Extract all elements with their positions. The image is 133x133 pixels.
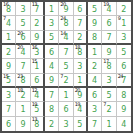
cell-digit: 6 [77,6,82,14]
sudoku-cell[interactable]: 74 [2,16,16,30]
cell-digit: 5 [77,121,82,129]
sudoku-cell[interactable]: 5 [16,16,30,30]
sudoku-cell[interactable]: 168 [2,2,16,16]
cell-digit: 3 [49,20,54,28]
sudoku-cell[interactable]: 188 [74,45,88,59]
cell-digit: 9 [92,20,97,28]
sudoku-cell[interactable]: 1 [88,45,102,59]
sudoku-cell[interactable]: 7 [59,45,73,59]
sudoku-cell[interactable]: 3 [117,31,131,45]
cage-sum-label: 18 [75,45,80,50]
cage-sum-label: 9 [118,16,121,21]
sudoku-cell[interactable]: 2 [2,45,16,59]
sudoku-cell[interactable]: 9 [117,102,131,116]
sudoku-cell[interactable]: 124 [31,88,45,102]
sudoku-cell[interactable]: 3 [59,117,73,131]
cage-sum-label: 16 [32,45,37,50]
cell-digit: 7 [106,34,111,42]
sudoku-cell[interactable]: 9 [102,45,116,59]
cell-digit: 9 [49,77,54,85]
cell-digit: 6 [92,92,97,100]
cell-digit: 6 [34,77,39,85]
cell-digit: 2 [77,34,82,42]
sudoku-cell[interactable]: 9 [31,31,45,45]
cage-sum-label: 13 [32,2,37,7]
sudoku-cell[interactable]: 137 [31,2,45,16]
cage-sum-label: 19 [32,102,37,107]
sudoku-cell[interactable]: 6 [74,2,88,16]
sudoku-cell[interactable]: 1 [16,102,30,116]
cell-digit: 1 [121,20,126,28]
cell-digit: 5 [63,63,68,71]
sudoku-cell[interactable]: 5 [117,45,131,59]
sudoku-cell[interactable]: 247 [117,74,131,88]
sudoku-cell[interactable]: 194 [102,2,116,16]
sudoku-cell[interactable]: 9 [2,59,16,73]
cell-digit: 7 [6,106,11,114]
sudoku-cell[interactable]: 194 [74,102,88,116]
cell-digit: 9 [106,49,111,57]
cell-digit: 6 [6,121,11,129]
cell-digit: 2 [49,121,54,129]
sudoku-cell[interactable]: 1 [59,88,73,102]
sudoku-cell[interactable]: 3 [16,2,30,16]
sudoku-cell[interactable]: 9 [45,74,59,88]
cell-digit: 3 [20,6,25,14]
cage-sum-label: 7 [3,16,6,21]
cell-digit: 1 [92,49,97,57]
sudoku-cell[interactable]: 8 [45,102,59,116]
cell-digit: 1 [49,6,54,14]
cell-digit: 7 [77,20,82,28]
sudoku-cell[interactable]: 3 [2,88,16,102]
cell-digit: 8 [121,92,126,100]
cell-digit: 2 [34,20,39,28]
cell-digit: 3 [106,77,111,85]
sudoku-cell[interactable]: 1 [2,31,16,45]
sudoku-cell[interactable]: 91 [117,16,131,30]
sudoku-cell[interactable]: 3 [74,59,88,73]
cell-digit: 5 [20,20,25,28]
cage-sum-label: 19 [103,2,108,7]
cell-digit: 3 [6,92,11,100]
sudoku-cell[interactable]: 6 [102,16,116,30]
cell-digit: 5 [121,49,126,57]
sudoku-cell[interactable]: 7 [74,16,88,30]
sudoku-cell[interactable]: 7 [45,88,59,102]
cage-sum-label: 16 [3,2,8,7]
cage-sum-label: 12 [32,88,37,93]
cell-digit: 7 [63,49,68,57]
cell-digit: 5 [49,34,54,42]
sudoku-cell[interactable]: 5 [59,59,73,73]
cell-digit: 2 [92,63,97,71]
sudoku-cell[interactable]: 1 [45,2,59,16]
cell-digit: 4 [49,63,54,71]
cell-digit: 8 [92,34,97,42]
sudoku-cell[interactable]: 2 [45,117,59,131]
cell-digit: 3 [77,63,82,71]
cell-digit: 1 [106,121,111,129]
sudoku-cell[interactable]: 6 [45,45,59,59]
sudoku-cell[interactable]: 9 [88,16,102,30]
sudoku-cell[interactable]: 8 [117,88,131,102]
sudoku-cell[interactable]: 206 [16,31,30,45]
cell-digit: 5 [92,6,97,14]
cage-sum-label: 18 [17,88,22,93]
sudoku-cell[interactable]: 3 [45,16,59,30]
cell-digit: 1 [77,77,82,85]
cage-sum-label: 15 [32,59,37,64]
sudoku-cell[interactable]: 182 [16,88,30,102]
sudoku-cell[interactable]: 195 [31,102,45,116]
cage-sum-label: 20 [17,31,22,36]
sudoku-cell[interactable]: 209 [59,2,73,16]
cage-sum-label: 13 [32,117,37,122]
cell-digit: 7 [20,63,25,71]
cell-digit: 8 [34,121,39,129]
cell-digit: 8 [49,106,54,114]
cell-digit: 4 [121,121,126,129]
sudoku-cell[interactable]: 7 [2,102,16,116]
sudoku-cell[interactable]: 3 [102,74,116,88]
sudoku-cell[interactable]: 2 [31,16,45,30]
sudoku-cell[interactable]: 163 [31,45,45,59]
sudoku-cell[interactable]: 1 [102,117,116,131]
cage-sum-label: 17 [103,59,108,64]
sudoku-cell[interactable]: 6 [59,102,73,116]
sudoku-cell[interactable]: 5 [88,2,102,16]
sudoku-cell[interactable]: 178 [102,59,116,73]
cell-digit: 6 [106,20,111,28]
sudoku-cell[interactable]: 138 [31,117,45,131]
cell-digit: 4 [92,77,97,85]
cell-digit: 3 [92,106,97,114]
sudoku-cell[interactable]: 7 [102,31,116,45]
sudoku-cell[interactable]: 9 [16,117,30,131]
sudoku-cell[interactable]: 6 [117,59,131,73]
cell-digit: 2 [121,6,126,14]
cell-digit: 9 [6,63,11,71]
cell-digit: 3 [63,121,68,129]
cage-sum-label: 23 [17,74,22,79]
cage-sum-label: 19 [75,102,80,107]
sudoku-cell[interactable]: 3 [88,102,102,116]
sudoku-cell[interactable]: 5 [74,117,88,131]
cage-sum-label: 24 [60,16,65,21]
sudoku-cell[interactable]: 204 [16,45,30,59]
cell-digit: 9 [20,121,25,129]
cell-digit: 1 [63,92,68,100]
sudoku-cell[interactable]: 5 [102,88,116,102]
sudoku-cell[interactable]: 6 [31,74,45,88]
cell-digit: 6 [63,106,68,114]
sudoku-cell[interactable]: 2 [74,31,88,45]
cage-sum-label: 20 [75,88,80,93]
cell-digit: 2 [106,106,111,114]
cage-sum-label: 7 [103,102,106,107]
cell-digit: 2 [6,49,11,57]
sudoku-cell[interactable]: 4 [88,74,102,88]
sudoku-cell[interactable]: 2 [117,2,131,16]
cell-digit: 6 [121,63,126,71]
sudoku-cell[interactable]: 4 [117,117,131,131]
sudoku-cell[interactable]: 7 [88,117,102,131]
cage-sum-label: 7 [60,74,63,79]
sudoku-cell[interactable]: 248 [59,16,73,30]
cage-sum-label: 14 [60,31,65,36]
cell-digit: 3 [121,34,126,42]
sudoku-cell[interactable]: 1 [74,74,88,88]
sudoku-cell[interactable]: 7 [16,59,30,73]
sudoku-cell[interactable]: 151 [31,59,45,73]
cell-digit: 7 [49,92,54,100]
cell-digit: 5 [106,92,111,100]
sudoku-cell[interactable]: 72 [59,74,73,88]
cell-digit: 2 [63,77,68,85]
sudoku-cell[interactable]: 4 [45,59,59,73]
cell-digit: 1 [20,106,25,114]
sudoku-cell[interactable]: 5 [45,31,59,45]
sudoku-cell[interactable]: 6 [88,88,102,102]
cell-digit: 9 [34,34,39,42]
sudoku-cell[interactable]: 72 [102,102,116,116]
cage-sum-label: 20 [17,45,22,50]
cage-sum-label: 24 [118,74,123,79]
cell-digit: 6 [49,49,54,57]
sudoku-cell[interactable]: 8 [88,31,102,45]
sudoku-cell[interactable]: 6 [2,117,16,131]
sudoku-cell[interactable]: 209 [74,88,88,102]
sudoku-cell[interactable]: 155 [2,74,16,88]
cell-digit: 9 [121,106,126,114]
cell-digit: 1 [6,34,11,42]
killer-sudoku-board: 1683137120965194274523248796911206951442… [0,0,133,133]
sudoku-cell[interactable]: 2 [88,59,102,73]
cell-digit: 4 [6,20,11,28]
cage-sum-label: 15 [3,74,8,79]
sudoku-cell[interactable]: 238 [16,74,30,88]
cage-sum-label: 20 [60,2,65,7]
cell-digit: 7 [92,121,97,129]
sudoku-cell[interactable]: 144 [59,31,73,45]
